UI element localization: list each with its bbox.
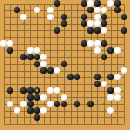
black-stone — [7, 87, 14, 94]
black-stone — [114, 0, 121, 7]
white-stone — [87, 40, 94, 47]
black-stone — [27, 54, 34, 61]
grid-line — [4, 77, 125, 78]
black-stone — [101, 14, 108, 21]
black-stone — [67, 74, 74, 81]
black-stone — [27, 94, 34, 101]
white-stone — [114, 47, 121, 54]
white-stone — [47, 101, 54, 108]
black-stone — [47, 67, 54, 74]
black-stone — [34, 61, 41, 68]
black-stone — [54, 27, 61, 34]
white-stone — [114, 74, 121, 81]
star-point — [103, 63, 105, 65]
white-stone — [101, 7, 108, 14]
black-stone — [34, 114, 41, 121]
black-stone — [107, 74, 114, 81]
white-stone — [47, 14, 54, 21]
black-stone — [101, 40, 108, 47]
black-stone — [34, 107, 41, 114]
grid-line — [4, 111, 125, 112]
black-stone — [14, 7, 21, 14]
white-stone — [114, 87, 121, 94]
white-stone — [107, 0, 114, 7]
white-stone — [101, 27, 108, 34]
grid-line — [124, 4, 125, 125]
white-stone — [121, 67, 128, 74]
star-point — [103, 103, 105, 105]
white-stone — [94, 40, 101, 47]
black-stone — [81, 40, 88, 47]
white-stone — [54, 67, 61, 74]
black-stone — [101, 54, 108, 61]
black-stone — [34, 54, 41, 61]
grid-line — [71, 4, 72, 125]
black-stone — [27, 87, 34, 94]
black-stone — [94, 81, 101, 88]
white-stone — [20, 14, 27, 21]
black-stone — [81, 0, 88, 7]
white-stone — [47, 7, 54, 14]
white-stone — [107, 107, 114, 114]
black-stone — [114, 7, 121, 14]
white-stone — [40, 54, 47, 61]
black-stone — [61, 20, 68, 27]
white-stone — [20, 101, 27, 108]
black-stone — [81, 20, 88, 27]
black-stone — [27, 101, 34, 108]
go-board[interactable] — [0, 0, 130, 130]
black-stone — [61, 61, 68, 68]
white-stone — [107, 94, 114, 101]
black-stone — [74, 101, 81, 108]
white-stone — [7, 101, 14, 108]
white-stone — [101, 81, 108, 88]
white-stone — [87, 0, 94, 7]
black-stone — [54, 0, 61, 7]
white-stone — [94, 14, 101, 21]
black-stone — [94, 0, 101, 7]
black-stone — [121, 14, 128, 21]
white-stone — [0, 40, 7, 47]
black-stone — [61, 14, 68, 21]
grid-line — [4, 117, 125, 118]
black-stone — [20, 54, 27, 61]
white-stone — [54, 87, 61, 94]
white-stone — [47, 87, 54, 94]
white-stone — [27, 47, 34, 54]
white-stone — [40, 61, 47, 68]
black-stone — [94, 27, 101, 34]
black-stone — [87, 27, 94, 34]
black-stone — [107, 87, 114, 94]
black-stone — [20, 87, 27, 94]
black-stone — [81, 14, 88, 21]
white-stone — [7, 40, 14, 47]
game-thumbnail[interactable] — [0, 0, 130, 130]
grid-line — [4, 124, 125, 125]
white-stone — [94, 20, 101, 27]
black-stone — [107, 47, 114, 54]
black-stone — [40, 67, 47, 74]
star-point — [23, 63, 25, 65]
black-stone — [121, 27, 128, 34]
white-stone — [40, 94, 47, 101]
white-stone — [94, 47, 101, 54]
black-stone — [7, 47, 14, 54]
grid-line — [117, 4, 118, 125]
white-stone — [14, 107, 21, 114]
white-stone — [94, 7, 101, 14]
white-stone — [34, 47, 41, 54]
black-stone — [87, 7, 94, 14]
black-stone — [34, 94, 41, 101]
white-stone — [114, 94, 121, 101]
white-stone — [87, 20, 94, 27]
black-stone — [27, 107, 34, 114]
star-point — [23, 23, 25, 25]
grid-line — [111, 4, 112, 125]
black-stone — [101, 20, 108, 27]
black-stone — [74, 74, 81, 81]
black-stone — [61, 101, 68, 108]
black-stone — [87, 101, 94, 108]
black-stone — [94, 74, 101, 81]
grid-line — [4, 71, 125, 72]
white-stone — [34, 7, 41, 14]
black-stone — [54, 101, 61, 108]
white-stone — [61, 94, 68, 101]
white-stone — [40, 107, 47, 114]
